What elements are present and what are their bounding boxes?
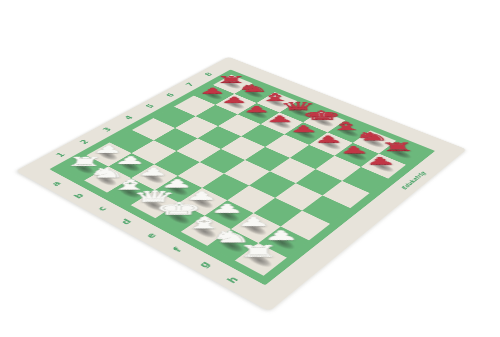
file-label-h: h: [226, 275, 240, 284]
file-label-f: f: [172, 246, 184, 253]
rank-label-3: 3: [101, 127, 112, 133]
rank-label-4: 4: [123, 115, 134, 121]
file-label-b: b: [73, 192, 86, 199]
file-label-a: a: [51, 180, 63, 187]
rank-label-5: 5: [145, 104, 156, 109]
chess-board[interactable]: abcdefgh12345678 ♜♞♝♛♚♝♞♜♟♟♟♟♟♟♟♟♟♟♟♟♟♟♟…: [16, 57, 467, 312]
file-label-g: g: [198, 260, 212, 269]
rank-label-6: 6: [165, 93, 176, 98]
file-label-c: c: [97, 205, 109, 212]
product-photo-scene: abcdefgh12345678 ♜♞♝♛♚♝♞♜♟♟♟♟♟♟♟♟♟♟♟♟♟♟♟…: [0, 0, 500, 337]
file-label-d: d: [120, 218, 133, 226]
file-label-e: e: [145, 231, 158, 239]
